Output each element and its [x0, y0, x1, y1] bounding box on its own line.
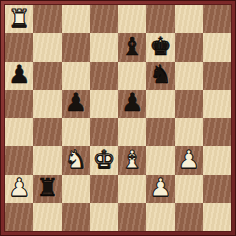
square-e3[interactable]: ♝	[118, 146, 146, 174]
square-g6[interactable]	[175, 62, 203, 90]
square-h8[interactable]	[203, 5, 231, 33]
square-g8[interactable]	[175, 5, 203, 33]
square-b3[interactable]	[33, 146, 61, 174]
square-a3[interactable]	[5, 146, 33, 174]
square-h3[interactable]	[203, 146, 231, 174]
square-e8[interactable]	[118, 5, 146, 33]
square-d4[interactable]	[90, 118, 118, 146]
square-h6[interactable]	[203, 62, 231, 90]
square-a6[interactable]: ♟	[5, 62, 33, 90]
square-f7[interactable]: ♚	[146, 33, 174, 61]
square-a5[interactable]	[5, 90, 33, 118]
black-bishop: ♝	[121, 34, 143, 59]
square-d3[interactable]: ♚	[90, 146, 118, 174]
square-c7[interactable]	[62, 33, 90, 61]
square-e2[interactable]	[118, 175, 146, 203]
square-b7[interactable]	[33, 33, 61, 61]
square-f5[interactable]	[146, 90, 174, 118]
white-pawn: ♟	[8, 175, 30, 200]
square-g7[interactable]	[175, 33, 203, 61]
square-e1[interactable]	[118, 203, 146, 231]
square-d2[interactable]	[90, 175, 118, 203]
white-pawn: ♟	[149, 175, 171, 200]
square-c6[interactable]	[62, 62, 90, 90]
square-a4[interactable]	[5, 118, 33, 146]
square-d5[interactable]	[90, 90, 118, 118]
square-a8[interactable]: ♜	[5, 5, 33, 33]
square-h1[interactable]	[203, 203, 231, 231]
square-c4[interactable]	[62, 118, 90, 146]
square-b1[interactable]	[33, 203, 61, 231]
square-h4[interactable]	[203, 118, 231, 146]
square-c5[interactable]: ♟	[62, 90, 90, 118]
square-f3[interactable]	[146, 146, 174, 174]
square-e4[interactable]	[118, 118, 146, 146]
white-king: ♚	[93, 147, 115, 172]
square-h7[interactable]	[203, 33, 231, 61]
square-h2[interactable]	[203, 175, 231, 203]
square-a1[interactable]	[5, 203, 33, 231]
square-d6[interactable]	[90, 62, 118, 90]
square-e6[interactable]	[118, 62, 146, 90]
square-f4[interactable]	[146, 118, 174, 146]
square-f1[interactable]	[146, 203, 174, 231]
square-c3[interactable]: ♞	[62, 146, 90, 174]
square-f8[interactable]	[146, 5, 174, 33]
white-knight: ♞	[64, 147, 86, 172]
square-c1[interactable]	[62, 203, 90, 231]
black-king: ♚	[149, 34, 171, 59]
square-f2[interactable]: ♟	[146, 175, 174, 203]
square-a7[interactable]	[5, 33, 33, 61]
white-pawn: ♟	[177, 147, 199, 172]
black-knight: ♞	[149, 62, 171, 87]
square-a2[interactable]: ♟	[5, 175, 33, 203]
black-pawn: ♟	[64, 90, 86, 115]
square-c8[interactable]	[62, 5, 90, 33]
black-pawn: ♟	[8, 62, 30, 87]
square-g4[interactable]	[175, 118, 203, 146]
square-e7[interactable]: ♝	[118, 33, 146, 61]
square-g5[interactable]	[175, 90, 203, 118]
square-b2[interactable]: ♜	[33, 175, 61, 203]
white-bishop: ♝	[121, 147, 143, 172]
square-b4[interactable]	[33, 118, 61, 146]
square-e5[interactable]: ♟	[118, 90, 146, 118]
square-g2[interactable]	[175, 175, 203, 203]
square-b8[interactable]	[33, 5, 61, 33]
square-g1[interactable]	[175, 203, 203, 231]
square-g3[interactable]: ♟	[175, 146, 203, 174]
square-d7[interactable]	[90, 33, 118, 61]
black-pawn: ♟	[121, 90, 143, 115]
chess-board: ♜♝♚♟♞♟♟♞♚♝♟♟♜♟	[4, 4, 232, 232]
square-b6[interactable]	[33, 62, 61, 90]
white-rook: ♜	[8, 6, 30, 31]
square-f6[interactable]: ♞	[146, 62, 174, 90]
black-rook: ♜	[36, 175, 58, 200]
chess-board-frame: ♜♝♚♟♞♟♟♞♚♝♟♟♜♟	[0, 0, 236, 236]
square-h5[interactable]	[203, 90, 231, 118]
square-d8[interactable]	[90, 5, 118, 33]
square-d1[interactable]	[90, 203, 118, 231]
square-c2[interactable]	[62, 175, 90, 203]
square-b5[interactable]	[33, 90, 61, 118]
